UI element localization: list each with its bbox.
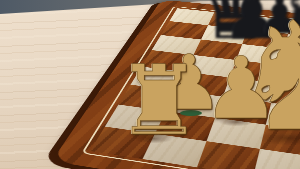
photo-scene: ♛♟♟♝♞♟♟♜ [0,0,300,169]
pieces-layer: ♛♟♟♝♞♟♟♜ [0,0,300,169]
white-rook-a1[interactable]: ♜ [116,53,202,149]
